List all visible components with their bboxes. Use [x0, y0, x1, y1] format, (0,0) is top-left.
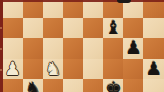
square-c7[interactable]: [43, 0, 63, 18]
cut-off-piece-remnant: [117, 0, 131, 3]
square-b4[interactable]: [23, 59, 43, 80]
square-h5[interactable]: [143, 38, 163, 59]
square-h3[interactable]: [143, 79, 163, 92]
square-a4[interactable]: ♟: [3, 59, 23, 80]
board-top-edge: [0, 0, 164, 2]
square-b3[interactable]: ♞: [23, 79, 43, 92]
square-f6[interactable]: ♝: [103, 18, 123, 39]
square-c4[interactable]: ♞: [43, 59, 63, 80]
square-a7[interactable]: [3, 0, 23, 18]
square-c6[interactable]: [43, 18, 63, 39]
square-d4[interactable]: [63, 59, 83, 80]
square-g3[interactable]: [123, 79, 143, 92]
square-h7[interactable]: [143, 0, 163, 18]
square-e4[interactable]: [83, 59, 103, 80]
square-g5[interactable]: ♟: [123, 38, 143, 59]
square-d3[interactable]: [63, 79, 83, 92]
square-h4[interactable]: ♟: [143, 59, 163, 80]
black-pawn[interactable]: ♟: [143, 59, 163, 80]
square-e6[interactable]: [83, 18, 103, 39]
square-b7[interactable]: [23, 0, 43, 18]
square-g4[interactable]: [123, 59, 143, 80]
square-d5[interactable]: [63, 38, 83, 59]
square-f3[interactable]: ♚: [103, 79, 123, 92]
black-pawn[interactable]: ♟: [123, 38, 143, 59]
square-d7[interactable]: [63, 0, 83, 18]
frame-rank-tick: [0, 69, 2, 71]
board-frame: ♝♟♟♞♟♞♚: [0, 0, 164, 92]
square-g6[interactable]: [123, 18, 143, 39]
square-h6[interactable]: [143, 18, 163, 39]
square-c5[interactable]: [43, 38, 63, 59]
square-e5[interactable]: [83, 38, 103, 59]
white-pawn[interactable]: ♟: [3, 59, 23, 80]
chess-board-screenshot: ♝♟♟♞♟♞♚: [0, 0, 164, 92]
square-e3[interactable]: [83, 79, 103, 92]
black-king[interactable]: ♚: [103, 79, 123, 92]
white-knight[interactable]: ♞: [43, 59, 63, 80]
black-bishop[interactable]: ♝: [103, 18, 123, 39]
square-b6[interactable]: [23, 18, 43, 39]
frame-rank-tick: [0, 48, 2, 50]
square-c3[interactable]: [43, 79, 63, 92]
square-a6[interactable]: [3, 18, 23, 39]
square-f5[interactable]: [103, 38, 123, 59]
frame-rank-tick: [0, 27, 2, 29]
square-g7[interactable]: [123, 0, 143, 18]
square-b5[interactable]: [23, 38, 43, 59]
square-a3[interactable]: [3, 79, 23, 92]
square-a5[interactable]: [3, 38, 23, 59]
square-d6[interactable]: [63, 18, 83, 39]
square-f4[interactable]: [103, 59, 123, 80]
square-e7[interactable]: [83, 0, 103, 18]
black-knight[interactable]: ♞: [23, 79, 43, 92]
chess-board[interactable]: ♝♟♟♞♟♞♚: [3, 0, 164, 92]
square-f7[interactable]: [103, 0, 123, 18]
